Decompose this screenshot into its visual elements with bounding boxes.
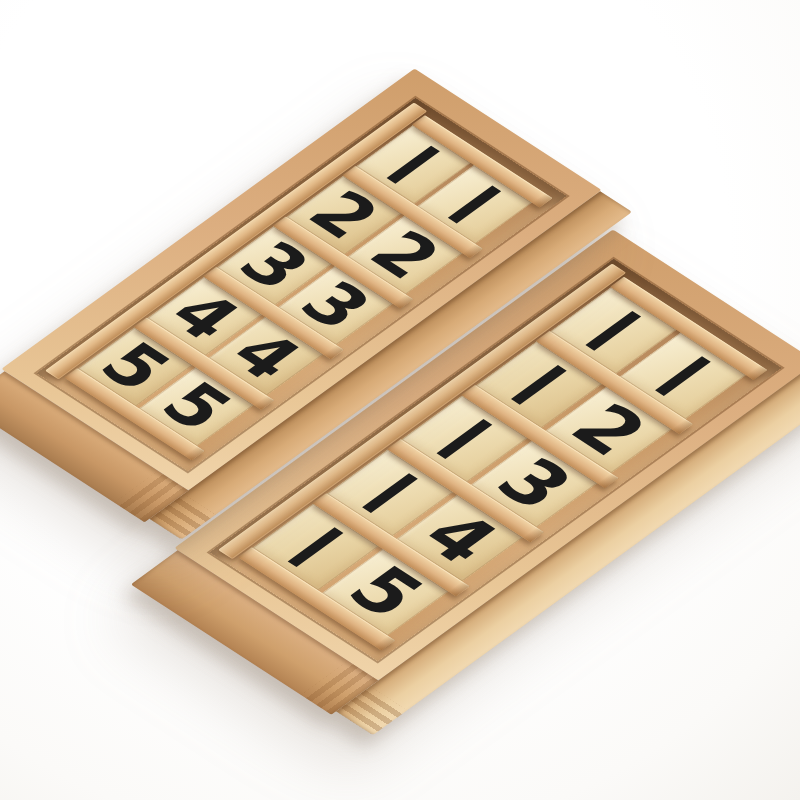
left-tray-position: 1 1 2 2 3 3 xyxy=(190,24,413,535)
product-photo-scene: 1 1 2 2 3 3 xyxy=(0,0,800,800)
